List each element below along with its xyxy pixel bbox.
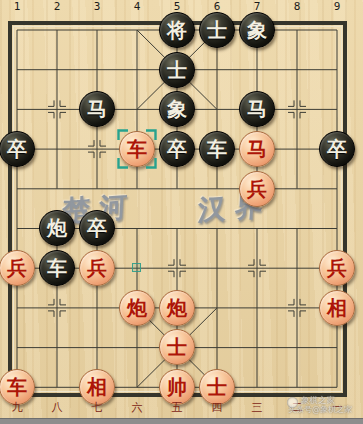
piece-black-soldier[interactable]: 卒	[159, 131, 195, 167]
bottom-edge-strip	[0, 418, 363, 424]
board-point-f5r1[interactable]: 士	[157, 50, 197, 90]
board-point-f5r7[interactable]: 炮	[157, 288, 197, 328]
file-label-top-7: 7	[250, 0, 264, 13]
board-point-f8r2[interactable]	[277, 90, 317, 130]
board-point-f7r2[interactable]: 马	[237, 90, 277, 130]
piece-black-cannon[interactable]: 炮	[39, 210, 75, 246]
board-point-f9r0[interactable]	[317, 10, 357, 50]
board-point-f4r8[interactable]	[117, 328, 157, 368]
board-point-f1r8[interactable]	[0, 328, 37, 368]
file-label-bottom-7: 三	[250, 401, 264, 414]
board-point-f9r1[interactable]	[317, 50, 357, 90]
file-label-top-1: 1	[10, 0, 24, 13]
piece-red-soldier[interactable]: 兵	[319, 250, 355, 286]
piece-red-soldier[interactable]: 兵	[0, 250, 35, 286]
board-point-f6r1[interactable]	[197, 50, 237, 90]
file-label-top-8: 8	[290, 0, 304, 13]
board-point-f2r8[interactable]	[37, 328, 77, 368]
board-point-f1r5[interactable]	[0, 209, 37, 249]
file-label-bottom-5: 五	[170, 401, 184, 414]
board-point-f5r0[interactable]: 将	[157, 10, 197, 50]
board-point-f2r1[interactable]	[37, 50, 77, 90]
piece-red-advisor[interactable]: 士	[159, 329, 195, 365]
board-point-f9r6[interactable]: 兵	[317, 248, 357, 288]
watermark-line2: 头条号@象棋之家	[288, 405, 362, 415]
board-point-f5r4[interactable]	[157, 169, 197, 209]
watermark-line1: 象棋之家	[301, 395, 362, 405]
board-point-f1r2[interactable]	[0, 90, 37, 130]
board-point-f6r4[interactable]	[197, 169, 237, 209]
board-point-f2r4[interactable]	[37, 169, 77, 209]
board-point-f4r0[interactable]	[117, 10, 157, 50]
board-point-f6r8[interactable]	[197, 328, 237, 368]
piece-black-elephant[interactable]: 象	[239, 12, 275, 48]
board-point-f8r5[interactable]	[277, 209, 317, 249]
piece-black-chariot[interactable]: 车	[39, 250, 75, 286]
file-label-top-5: 5	[170, 0, 184, 13]
board-point-f6r6[interactable]	[197, 248, 237, 288]
board-point-f3r2[interactable]: 马	[77, 90, 117, 130]
piece-black-soldier[interactable]: 卒	[319, 131, 355, 167]
watermark-logo-icon	[287, 397, 298, 408]
board-point-f9r4[interactable]	[317, 169, 357, 209]
piece-red-elephant[interactable]: 相	[319, 290, 355, 326]
board-grid: 将士象士马象马卒车卒车马卒兵炮卒兵车兵兵炮炮相士车相帅士	[0, 10, 357, 407]
piece-black-general[interactable]: 将	[159, 12, 195, 48]
board-point-f2r0[interactable]	[37, 10, 77, 50]
board-point-f7r3[interactable]: 马	[237, 129, 277, 169]
board-point-f8r7[interactable]	[277, 288, 317, 328]
board-point-f3r6[interactable]: 兵	[77, 248, 117, 288]
board-point-f5r6[interactable]	[157, 248, 197, 288]
board-point-f8r1[interactable]	[277, 50, 317, 90]
file-label-bottom-2: 八	[50, 401, 64, 414]
board-point-f9r5[interactable]	[317, 209, 357, 249]
board-point-f9r2[interactable]	[317, 90, 357, 130]
board-point-f6r3[interactable]: 车	[197, 129, 237, 169]
board-point-f7r6[interactable]	[237, 248, 277, 288]
board-point-f4r2[interactable]	[117, 90, 157, 130]
board-point-f7r1[interactable]	[237, 50, 277, 90]
board-point-f5r2[interactable]: 象	[157, 90, 197, 130]
board-point-f3r0[interactable]	[77, 10, 117, 50]
board-point-f6r7[interactable]	[197, 288, 237, 328]
board-point-f8r8[interactable]	[277, 328, 317, 368]
file-label-bottom-6: 四	[210, 401, 224, 414]
board-point-f1r1[interactable]	[0, 50, 37, 90]
board-point-f8r3[interactable]	[277, 129, 317, 169]
board-point-f5r8[interactable]: 士	[157, 328, 197, 368]
piece-red-chariot[interactable]: 车	[119, 131, 155, 167]
board-point-f4r7[interactable]: 炮	[117, 288, 157, 328]
board-point-f7r4[interactable]: 兵	[237, 169, 277, 209]
board-point-f7r0[interactable]: 象	[237, 10, 277, 50]
board-point-f3r7[interactable]	[77, 288, 117, 328]
piece-red-soldier[interactable]: 兵	[79, 250, 115, 286]
board-point-f4r1[interactable]	[117, 50, 157, 90]
file-label-top-9: 9	[330, 0, 344, 13]
piece-red-cannon[interactable]: 炮	[119, 290, 155, 326]
board-point-f3r4[interactable]	[77, 169, 117, 209]
board-point-f3r1[interactable]	[77, 50, 117, 90]
board-point-f1r4[interactable]	[0, 169, 37, 209]
piece-black-soldier[interactable]: 卒	[0, 131, 35, 167]
board-point-f1r7[interactable]	[0, 288, 37, 328]
board-point-f3r3[interactable]	[77, 129, 117, 169]
file-label-bottom-1: 九	[10, 401, 24, 414]
file-label-top-4: 4	[130, 0, 144, 13]
board-point-f3r8[interactable]	[77, 328, 117, 368]
file-label-bottom-4: 六	[130, 401, 144, 414]
board-point-f8r6[interactable]	[277, 248, 317, 288]
board-point-f1r0[interactable]	[0, 10, 37, 50]
file-label-bottom-3: 七	[90, 401, 104, 414]
board-point-f7r7[interactable]	[237, 288, 277, 328]
board-point-f6r2[interactable]	[197, 90, 237, 130]
board-point-f9r3[interactable]: 卒	[317, 129, 357, 169]
board-point-f4r6[interactable]	[117, 248, 157, 288]
board-point-f8r4[interactable]	[277, 169, 317, 209]
watermark: 象棋之家 头条号@象棋之家	[287, 395, 362, 415]
board-point-f5r3[interactable]: 卒	[157, 129, 197, 169]
board-point-f4r5[interactable]	[117, 209, 157, 249]
piece-black-horse[interactable]: 马	[79, 91, 115, 127]
board-point-f9r8[interactable]	[317, 328, 357, 368]
piece-black-elephant[interactable]: 象	[159, 91, 195, 127]
board-point-f6r5[interactable]	[197, 209, 237, 249]
piece-black-horse[interactable]: 马	[239, 91, 275, 127]
piece-red-soldier[interactable]: 兵	[239, 171, 275, 207]
board-point-f3r5[interactable]: 卒	[77, 209, 117, 249]
piece-red-advisor[interactable]: 士	[199, 369, 235, 405]
board-point-f6r0[interactable]: 士	[197, 10, 237, 50]
piece-black-advisor[interactable]: 士	[199, 12, 235, 48]
piece-black-chariot[interactable]: 车	[199, 131, 235, 167]
xiangqi-board-screenshot: 楚河 汉界 将士象士马象马卒车卒车马卒兵炮卒兵车兵兵炮炮相士车相帅士 12345…	[0, 0, 363, 424]
piece-red-general[interactable]: 帅	[159, 369, 195, 405]
file-label-top-3: 3	[90, 0, 104, 13]
piece-red-elephant[interactable]: 相	[79, 369, 115, 405]
file-label-top-6: 6	[210, 0, 224, 13]
board-point-f4r4[interactable]	[117, 169, 157, 209]
board-point-f2r5[interactable]: 炮	[37, 209, 77, 249]
file-label-top-2: 2	[50, 0, 64, 13]
board-point-f2r6[interactable]: 车	[37, 248, 77, 288]
board-point-f2r2[interactable]	[37, 90, 77, 130]
board-point-f5r5[interactable]	[157, 209, 197, 249]
board-point-f1r6[interactable]: 兵	[0, 248, 37, 288]
board-point-f9r7[interactable]: 相	[317, 288, 357, 328]
board-point-f8r0[interactable]	[277, 10, 317, 50]
board-point-f2r7[interactable]	[37, 288, 77, 328]
piece-red-cannon[interactable]: 炮	[159, 290, 195, 326]
board-point-f2r3[interactable]	[37, 129, 77, 169]
board-point-f7r8[interactable]	[237, 328, 277, 368]
piece-black-advisor[interactable]: 士	[159, 52, 195, 88]
board-point-f4r3[interactable]: 车	[117, 129, 157, 169]
piece-red-horse[interactable]: 马	[239, 131, 275, 167]
piece-black-soldier[interactable]: 卒	[79, 210, 115, 246]
board-point-f7r5[interactable]	[237, 209, 277, 249]
board-point-f1r3[interactable]: 卒	[0, 129, 37, 169]
piece-red-chariot[interactable]: 车	[0, 369, 35, 405]
